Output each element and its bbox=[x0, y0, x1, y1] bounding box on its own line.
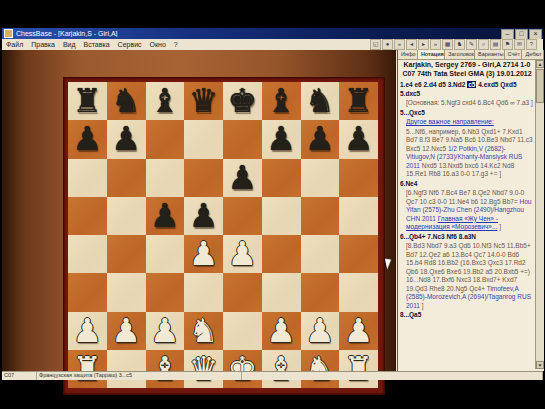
new-board-icon[interactable]: ◱ bbox=[370, 39, 381, 50]
notation-paragraph-7: 6...Qb4+ 7.Nc3 Nf6 8.a3N bbox=[400, 233, 534, 242]
piece-black-n-g8[interactable]: ♞ bbox=[305, 82, 335, 120]
square-a5[interactable] bbox=[68, 197, 107, 235]
piece-white-b-f1[interactable]: ♝ bbox=[266, 350, 296, 388]
back-icon[interactable]: ◂ bbox=[406, 39, 417, 50]
piece-black-p-d5[interactable]: ♟ bbox=[189, 197, 219, 235]
square-b8[interactable]: ♞ bbox=[107, 82, 146, 120]
scroll-down-icon[interactable]: ▼ bbox=[536, 361, 544, 369]
square-h4[interactable] bbox=[339, 235, 378, 273]
square-f1[interactable]: ♝ bbox=[262, 350, 301, 388]
move-text[interactable]: 6.Ne4 bbox=[400, 180, 417, 187]
piece-black-p-h7[interactable]: ♟ bbox=[344, 120, 374, 158]
tab-Варианты[interactable]: Варианты bbox=[475, 50, 505, 59]
notation-paragraph-6: [6.Ngf3 Nf6 7.Bc4 Be7 8.Qe2 Nbd7 9.0-0 Q… bbox=[406, 189, 534, 232]
notation-paragraph-5: 6.Ne4 bbox=[400, 180, 534, 189]
mail-icon[interactable]: ✉ bbox=[514, 39, 525, 50]
square-e4[interactable]: ♟ bbox=[223, 235, 262, 273]
piece-black-p-f7[interactable]: ♟ bbox=[266, 120, 296, 158]
move-text[interactable]: ] bbox=[420, 302, 424, 309]
scroll-up-icon[interactable]: ▲ bbox=[536, 60, 544, 68]
engine-icon[interactable]: ♞ bbox=[454, 39, 465, 50]
square-f8[interactable]: ♝ bbox=[262, 82, 301, 120]
chess-board[interactable]: ♜♞♝♛♚♝♞♜♟♟♟♟♟♟♟♟♟♟♟♟♟♞♟♟♟♜♝♛♚♝♞♜ bbox=[68, 82, 378, 388]
tab-Заголовок[interactable]: Заголовок bbox=[445, 50, 475, 59]
piece-black-p-g7[interactable]: ♟ bbox=[305, 120, 335, 158]
square-a4[interactable] bbox=[68, 235, 107, 273]
square-c2[interactable]: ♟ bbox=[146, 312, 185, 350]
notation-paragraph-3: Другое важное направление: bbox=[406, 118, 534, 127]
square-g2[interactable]: ♟ bbox=[301, 312, 340, 350]
status-segment-2: Французская защита (Тарраш) 3...c5 bbox=[37, 372, 242, 380]
square-e1[interactable]: ♚ bbox=[223, 350, 262, 388]
letterbox-top bbox=[0, 0, 545, 28]
piece-black-p-e6[interactable]: ♟ bbox=[228, 159, 258, 197]
game-header: Karjakin, Sergey 2769 - Giri,A 2714 1-0 … bbox=[398, 60, 536, 78]
square-a3[interactable] bbox=[68, 273, 107, 311]
move-text[interactable]: 8...Qa5 bbox=[400, 311, 421, 318]
notation-icon[interactable]: ▤ bbox=[490, 39, 501, 50]
square-c6[interactable] bbox=[146, 159, 185, 197]
square-b6[interactable] bbox=[107, 159, 146, 197]
window-title: ChessBase - [Karjakin,S - Giri,A] bbox=[16, 30, 118, 37]
notation-paragraph-4: 5...Nf6, например, 6.Nb3 Qxd1+ 7.Kxd1 Bd… bbox=[406, 128, 534, 179]
menu-item-5[interactable]: Окно bbox=[150, 41, 166, 48]
move-text[interactable]: 1.e4 e6 2.d4 d5 3.Nd2 bbox=[400, 81, 467, 88]
piece-black-n-b8[interactable]: ♞ bbox=[111, 82, 141, 120]
notation-paragraph-1: [Основная: 5.Ngf3 cxd4 6.Bc4 Qd6 ∞ 7.a3 … bbox=[406, 99, 534, 108]
annotate-icon[interactable]: ✎ bbox=[466, 39, 477, 50]
piece-black-b-f8[interactable]: ♝ bbox=[266, 82, 296, 120]
menu-item-6[interactable]: ? bbox=[174, 41, 178, 48]
square-e6[interactable]: ♟ bbox=[223, 159, 262, 197]
square-f3[interactable] bbox=[262, 273, 301, 311]
piece-black-b-c8[interactable]: ♝ bbox=[150, 82, 180, 120]
piece-white-p-b2[interactable]: ♟ bbox=[111, 312, 141, 350]
square-c4[interactable] bbox=[146, 235, 185, 273]
move-text[interactable]: 5...Qxc5 bbox=[400, 109, 425, 116]
square-d8[interactable]: ♛ bbox=[184, 82, 223, 120]
piece-black-k-e8[interactable]: ♚ bbox=[228, 82, 258, 120]
square-g7[interactable]: ♟ bbox=[301, 120, 340, 158]
square-c3[interactable] bbox=[146, 273, 185, 311]
menu-item-1[interactable]: Правка bbox=[31, 41, 55, 48]
square-h3[interactable] bbox=[339, 273, 378, 311]
menu-item-3[interactable]: Вставка bbox=[84, 41, 110, 48]
square-b3[interactable] bbox=[107, 273, 146, 311]
toolbar: ◱●«◂▸»▦♞✎⌕▤⚑✉? bbox=[370, 39, 537, 50]
square-a1[interactable]: ♜ bbox=[68, 350, 107, 388]
square-c5[interactable]: ♟ bbox=[146, 197, 185, 235]
tab-Нотация[interactable]: Нотация bbox=[418, 50, 445, 59]
tab-Счёт[interactable]: Счёт bbox=[505, 50, 523, 59]
board-icon[interactable]: ▦ bbox=[442, 39, 453, 50]
piece-black-q-d8[interactable]: ♛ bbox=[189, 82, 219, 120]
help-icon[interactable]: ? bbox=[526, 39, 537, 50]
square-a2[interactable]: ♟ bbox=[68, 312, 107, 350]
square-e5[interactable] bbox=[223, 197, 262, 235]
forward-icon[interactable]: ▸ bbox=[418, 39, 429, 50]
video-frame: ChessBase - [Karjakin,S - Giri,A] –□× Фа… bbox=[0, 0, 545, 409]
status-bar: C07Французская защита (Тарраш) 3...c5 bbox=[2, 371, 543, 380]
square-a8[interactable]: ♜ bbox=[68, 82, 107, 120]
square-a7[interactable]: ♟ bbox=[68, 120, 107, 158]
piece-white-n-d2[interactable]: ♞ bbox=[189, 312, 219, 350]
move-text[interactable]: 6...Qb4+ 7.Nc3 Nf6 8.a3N bbox=[400, 233, 476, 240]
square-d7[interactable] bbox=[184, 120, 223, 158]
tab-Дебют[interactable]: Дебют bbox=[522, 50, 544, 59]
record-icon[interactable]: ● bbox=[382, 39, 393, 50]
app-icon bbox=[4, 29, 13, 38]
menu-items: ФайлПравкаВидВставкаСервисОкно? bbox=[2, 41, 182, 48]
piece-white-p-h2[interactable]: ♟ bbox=[344, 312, 374, 350]
square-e7[interactable] bbox=[223, 120, 262, 158]
first-move-icon[interactable]: « bbox=[394, 39, 405, 50]
square-e3[interactable] bbox=[223, 273, 262, 311]
square-h7[interactable]: ♟ bbox=[339, 120, 378, 158]
piece-white-p-g2[interactable]: ♟ bbox=[305, 312, 335, 350]
vertical-scrollbar[interactable]: ▲ ▼ bbox=[535, 60, 544, 369]
square-b5[interactable] bbox=[107, 197, 146, 235]
notation-paragraph-8: [8.Bd3 Nbd7 9.a3 Qd6 10.Nf3 Nc5 11.Bb5+ … bbox=[406, 242, 534, 310]
piece-black-p-a7[interactable]: ♟ bbox=[73, 120, 103, 158]
square-f5[interactable] bbox=[262, 197, 301, 235]
piece-black-r-a8[interactable]: ♜ bbox=[73, 82, 103, 120]
move-text[interactable]: [Основная: 5.Ngf3 cxd4 6.Bc4 Qd6 ∞ 7.a3 … bbox=[406, 99, 533, 106]
move-text[interactable]: ] bbox=[497, 223, 501, 230]
piece-white-p-e4[interactable]: ♟ bbox=[228, 235, 258, 273]
square-a6[interactable] bbox=[68, 159, 107, 197]
piece-white-q-d1[interactable]: ♛ bbox=[189, 350, 219, 388]
piece-white-k-e1[interactable]: ♚ bbox=[228, 350, 258, 388]
piece-white-p-a2[interactable]: ♟ bbox=[73, 312, 103, 350]
menu-item-0[interactable]: Файл bbox=[6, 41, 23, 48]
square-d3[interactable] bbox=[184, 273, 223, 311]
piece-white-b-c1[interactable]: ♝ bbox=[150, 350, 180, 388]
square-c8[interactable]: ♝ bbox=[146, 82, 185, 120]
square-b4[interactable] bbox=[107, 235, 146, 273]
game-players: Karjakin, Sergey 2769 - Giri,A 2714 1-0 bbox=[398, 60, 536, 69]
square-e8[interactable]: ♚ bbox=[223, 82, 262, 120]
piece-white-r-h1[interactable]: ♜ bbox=[344, 350, 374, 388]
square-b1[interactable] bbox=[107, 350, 146, 388]
square-e2[interactable] bbox=[223, 312, 262, 350]
square-h6[interactable] bbox=[339, 159, 378, 197]
move-list[interactable]: 1.e4 e6 2.d4 d5 3.Nd2 c5 4.exd5 Qxd5 5.d… bbox=[400, 81, 534, 369]
piece-white-p-f2[interactable]: ♟ bbox=[266, 312, 296, 350]
piece-white-r-a1[interactable]: ♜ bbox=[73, 350, 103, 388]
piece-black-p-b7[interactable]: ♟ bbox=[111, 120, 141, 158]
move-text[interactable]: [6.Ngf3 Nf6 7.Bc4 Be7 8.Qe2 Nbd7 9.0-0 Q… bbox=[406, 189, 524, 205]
status-segment-1: C07 bbox=[2, 372, 37, 380]
piece-white-n-g1[interactable]: ♞ bbox=[305, 350, 335, 388]
square-g4[interactable] bbox=[301, 235, 340, 273]
menu-item-4[interactable]: Сервис bbox=[118, 41, 142, 48]
square-c1[interactable]: ♝ bbox=[146, 350, 185, 388]
square-d2[interactable]: ♞ bbox=[184, 312, 223, 350]
last-move-icon[interactable]: » bbox=[430, 39, 441, 50]
square-d5[interactable]: ♟ bbox=[184, 197, 223, 235]
notation-paragraph-9: 8...Qa5 bbox=[400, 311, 534, 320]
notation-paragraph-0: 1.e4 e6 2.d4 d5 3.Nd2 c5 4.exd5 Qxd5 5.d… bbox=[400, 81, 534, 98]
square-g8[interactable]: ♞ bbox=[301, 82, 340, 120]
mouse-cursor bbox=[385, 257, 393, 269]
square-d4[interactable]: ♟ bbox=[184, 235, 223, 273]
search-icon[interactable]: ⌕ bbox=[478, 39, 489, 50]
square-g5[interactable] bbox=[301, 197, 340, 235]
square-b2[interactable]: ♟ bbox=[107, 312, 146, 350]
flag-icon[interactable]: ⚑ bbox=[502, 39, 513, 50]
square-g1[interactable]: ♞ bbox=[301, 350, 340, 388]
tab-Инфо[interactable]: Инфо bbox=[398, 50, 418, 59]
square-h1[interactable]: ♜ bbox=[339, 350, 378, 388]
notation-panel: ИнфоНотацияЗаголовокВариантыСчётДебют Ka… bbox=[397, 50, 544, 371]
square-h2[interactable]: ♟ bbox=[339, 312, 378, 350]
notation-tabs: ИнфоНотацияЗаголовокВариантыСчётДебют bbox=[398, 50, 544, 60]
chess-app-window: ChessBase - [Karjakin,S - Giri,A] –□× Фа… bbox=[2, 28, 543, 378]
title-bar[interactable]: ChessBase - [Karjakin,S - Giri,A] –□× bbox=[2, 28, 543, 39]
square-b7[interactable]: ♟ bbox=[107, 120, 146, 158]
square-g3[interactable] bbox=[301, 273, 340, 311]
piece-white-p-c2[interactable]: ♟ bbox=[150, 312, 180, 350]
notation-paragraph-2: 5...Qxc5 bbox=[400, 109, 534, 118]
move-text[interactable]: Nxd5 13.Nxd5 bxc6 14.Kc2 Nd8 15.Re1 Rb8 … bbox=[406, 162, 514, 178]
scroll-thumb[interactable] bbox=[536, 69, 544, 103]
square-g6[interactable] bbox=[301, 159, 340, 197]
game-event: C07 74th Tata Steel GMA (3) 19.01.2012 bbox=[398, 69, 536, 78]
board-panel: ♜♞♝♛♚♝♞♜♟♟♟♟♟♟♟♟♟♟♟♟♟♞♟♟♟♜♝♛♚♝♞♜ bbox=[2, 50, 396, 371]
menu-item-2[interactable]: Вид bbox=[63, 41, 76, 48]
status-segment-3 bbox=[242, 372, 543, 380]
piece-black-p-c5[interactable]: ♟ bbox=[150, 197, 180, 235]
square-d6[interactable] bbox=[184, 159, 223, 197]
move-text[interactable]: Другое важное направление: bbox=[406, 118, 494, 125]
piece-black-r-h8[interactable]: ♜ bbox=[344, 82, 374, 120]
square-d1[interactable]: ♛ bbox=[184, 350, 223, 388]
square-h5[interactable] bbox=[339, 197, 378, 235]
square-c7[interactable] bbox=[146, 120, 185, 158]
piece-white-p-d4[interactable]: ♟ bbox=[189, 235, 219, 273]
square-f6[interactable] bbox=[262, 159, 301, 197]
square-h8[interactable]: ♜ bbox=[339, 82, 378, 120]
square-f7[interactable]: ♟ bbox=[262, 120, 301, 158]
square-f2[interactable]: ♟ bbox=[262, 312, 301, 350]
square-f4[interactable] bbox=[262, 235, 301, 273]
